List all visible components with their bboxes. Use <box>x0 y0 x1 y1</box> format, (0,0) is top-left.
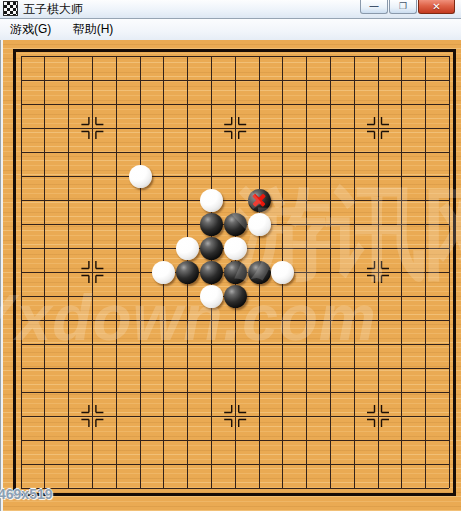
board-area[interactable]: 游讯网 Yxdown.com 469x519 <box>0 40 461 511</box>
stone-white <box>129 165 152 188</box>
stone-black <box>248 189 271 212</box>
close-icon: ✕ <box>419 0 454 13</box>
stone-black <box>224 285 247 308</box>
menu-item-game[interactable]: 游戏(G) <box>2 19 59 40</box>
stone-white <box>152 261 175 284</box>
stone-white <box>271 261 294 284</box>
stone-black <box>200 237 223 260</box>
last-move-marker <box>248 189 271 212</box>
stone-white <box>200 285 223 308</box>
stone-black <box>224 261 247 284</box>
stone-black <box>200 261 223 284</box>
maximize-button[interactable]: ❐ <box>389 0 417 14</box>
minimize-button[interactable]: — <box>360 0 388 14</box>
image-size-watermark: 469x519 <box>0 486 53 502</box>
title-bar[interactable]: 五子棋大师 — ❐ ✕ <box>0 0 461 19</box>
stone-black <box>224 213 247 236</box>
maximize-icon: ❐ <box>390 0 416 13</box>
app-window: 五子棋大师 — ❐ ✕ 游戏(G) 帮助(H) 游讯网 Yxdown.com 4… <box>0 0 461 511</box>
stone-white <box>176 237 199 260</box>
stone-black <box>176 261 199 284</box>
menu-item-help[interactable]: 帮助(H) <box>65 19 122 40</box>
stone-white <box>248 213 271 236</box>
stone-white <box>224 237 247 260</box>
close-button[interactable]: ✕ <box>418 0 455 14</box>
app-icon <box>3 1 18 16</box>
menu-bar: 游戏(G) 帮助(H) <box>0 19 461 40</box>
stone-white <box>200 189 223 212</box>
stone-black <box>200 213 223 236</box>
minimize-icon: — <box>361 0 387 13</box>
stone-black <box>248 261 271 284</box>
window-title: 五子棋大师 <box>23 1 83 18</box>
